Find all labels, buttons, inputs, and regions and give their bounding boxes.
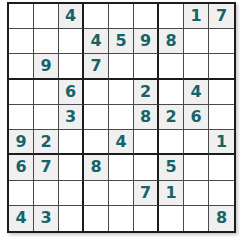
cell-r1c1[interactable]: [9, 4, 34, 29]
cell-r5c2[interactable]: [34, 105, 59, 130]
cell-r5c3[interactable]: 3: [59, 105, 84, 130]
cell-r4c1[interactable]: [9, 80, 34, 105]
cell-r8c9[interactable]: [209, 181, 234, 206]
cell-r4c9[interactable]: [209, 80, 234, 105]
cell-r9c5[interactable]: [109, 206, 134, 231]
cell-r2c2[interactable]: [34, 29, 59, 54]
cell-r9c1[interactable]: 4: [9, 206, 34, 231]
cell-r3c8[interactable]: [184, 54, 209, 79]
cell-r5c7[interactable]: 2: [159, 105, 184, 130]
cell-r8c3[interactable]: [59, 181, 84, 206]
cell-r3c2[interactable]: 9: [34, 54, 59, 79]
cell-r8c1[interactable]: [9, 181, 34, 206]
cell-r3c3[interactable]: [59, 54, 84, 79]
cell-r7c9[interactable]: [209, 155, 234, 180]
cell-r7c6[interactable]: [134, 155, 159, 180]
cell-r2c6[interactable]: 9: [134, 29, 159, 54]
cell-r7c4[interactable]: 8: [84, 155, 109, 180]
cell-r6c7[interactable]: [159, 130, 184, 155]
cell-r6c8[interactable]: [184, 130, 209, 155]
cell-r8c2[interactable]: [34, 181, 59, 206]
cell-r5c9[interactable]: [209, 105, 234, 130]
cell-r8c8[interactable]: [184, 181, 209, 206]
cell-r2c8[interactable]: [184, 29, 209, 54]
cell-r5c5[interactable]: [109, 105, 134, 130]
cell-r9c8[interactable]: [184, 206, 209, 231]
cell-r7c8[interactable]: [184, 155, 209, 180]
cell-r4c8[interactable]: 4: [184, 80, 209, 105]
cell-r6c1[interactable]: 9: [9, 130, 34, 155]
cell-r7c5[interactable]: [109, 155, 134, 180]
cell-r9c6[interactable]: [134, 206, 159, 231]
cell-r3c5[interactable]: [109, 54, 134, 79]
cell-r2c5[interactable]: 5: [109, 29, 134, 54]
cell-r3c6[interactable]: [134, 54, 159, 79]
cell-r5c4[interactable]: [84, 105, 109, 130]
cell-r1c7[interactable]: [159, 4, 184, 29]
cell-r2c1[interactable]: [9, 29, 34, 54]
cell-r1c6[interactable]: [134, 4, 159, 29]
cell-r1c2[interactable]: [34, 4, 59, 29]
cell-r2c4[interactable]: 4: [84, 29, 109, 54]
cell-r8c5[interactable]: [109, 181, 134, 206]
cell-r1c4[interactable]: [84, 4, 109, 29]
cell-r8c4[interactable]: [84, 181, 109, 206]
cell-r9c2[interactable]: 3: [34, 206, 59, 231]
cell-r9c3[interactable]: [59, 206, 84, 231]
cell-r6c6[interactable]: [134, 130, 159, 155]
cell-r6c3[interactable]: [59, 130, 84, 155]
cell-r3c4[interactable]: 7: [84, 54, 109, 79]
cell-r4c4[interactable]: [84, 80, 109, 105]
cell-r7c7[interactable]: 5: [159, 155, 184, 180]
cell-r6c9[interactable]: 1: [209, 130, 234, 155]
cell-r1c5[interactable]: [109, 4, 134, 29]
cell-r6c5[interactable]: 4: [109, 130, 134, 155]
cell-r7c3[interactable]: [59, 155, 84, 180]
cell-r7c1[interactable]: 6: [9, 155, 34, 180]
cell-r2c7[interactable]: 8: [159, 29, 184, 54]
cell-r4c7[interactable]: [159, 80, 184, 105]
cell-r6c2[interactable]: 2: [34, 130, 59, 155]
cell-r4c5[interactable]: [109, 80, 134, 105]
cell-r5c1[interactable]: [9, 105, 34, 130]
cell-r7c2[interactable]: 7: [34, 155, 59, 180]
cell-r8c7[interactable]: 1: [159, 181, 184, 206]
cell-r9c7[interactable]: [159, 206, 184, 231]
sudoku-page: 41745989762438269241678571438: [0, 0, 240, 240]
cell-r1c9[interactable]: 7: [209, 4, 234, 29]
cell-r6c4[interactable]: [84, 130, 109, 155]
sudoku-board: 41745989762438269241678571438: [7, 2, 236, 233]
cell-r4c6[interactable]: 2: [134, 80, 159, 105]
cell-r5c6[interactable]: 8: [134, 105, 159, 130]
cell-r5c8[interactable]: 6: [184, 105, 209, 130]
cell-r3c7[interactable]: [159, 54, 184, 79]
cell-r4c2[interactable]: [34, 80, 59, 105]
cell-r4c3[interactable]: 6: [59, 80, 84, 105]
cell-r9c9[interactable]: 8: [209, 206, 234, 231]
cell-r9c4[interactable]: [84, 206, 109, 231]
cell-r1c3[interactable]: 4: [59, 4, 84, 29]
cell-r8c6[interactable]: 7: [134, 181, 159, 206]
cell-r3c9[interactable]: [209, 54, 234, 79]
cell-r1c8[interactable]: 1: [184, 4, 209, 29]
cell-r2c9[interactable]: [209, 29, 234, 54]
cell-r2c3[interactable]: [59, 29, 84, 54]
cell-r3c1[interactable]: [9, 54, 34, 79]
